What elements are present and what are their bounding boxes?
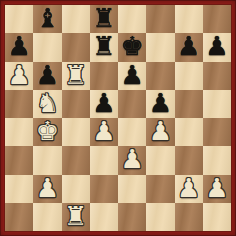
piece-white-pawn-f4[interactable]: ♟ [149,118,172,144]
square-e5[interactable] [118,90,146,118]
piece-black-pawn-a7[interactable]: ♟ [7,33,30,59]
square-c7[interactable] [62,33,90,61]
square-f3[interactable] [146,146,174,174]
square-c5[interactable] [62,90,90,118]
square-b4[interactable]: ♚ [33,118,61,146]
square-b7[interactable] [33,33,61,61]
square-g8[interactable] [175,5,203,33]
piece-white-pawn-e3[interactable]: ♟ [120,146,143,172]
square-e2[interactable] [118,175,146,203]
square-d6[interactable] [90,62,118,90]
square-g5[interactable] [175,90,203,118]
piece-white-pawn-a6[interactable]: ♟ [7,62,30,88]
square-b2[interactable]: ♟ [33,175,61,203]
square-c4[interactable] [62,118,90,146]
square-d2[interactable] [90,175,118,203]
piece-white-rook-c6[interactable]: ♜ [64,62,87,88]
square-f4[interactable]: ♟ [146,118,174,146]
square-f1[interactable] [146,203,174,231]
piece-white-pawn-h2[interactable]: ♟ [205,175,228,201]
square-e7[interactable]: ♚ [118,33,146,61]
square-a4[interactable] [5,118,33,146]
square-c2[interactable] [62,175,90,203]
piece-black-bishop-b8[interactable]: ♝ [36,5,59,31]
piece-black-rook-d8[interactable]: ♜ [92,5,115,31]
square-h4[interactable] [203,118,231,146]
piece-white-pawn-g2[interactable]: ♟ [177,175,200,201]
square-f5[interactable]: ♟ [146,90,174,118]
square-h7[interactable]: ♟ [203,33,231,61]
square-a2[interactable] [5,175,33,203]
piece-white-king-b4[interactable]: ♚ [36,118,59,144]
square-a5[interactable] [5,90,33,118]
square-h3[interactable] [203,146,231,174]
piece-black-pawn-d5[interactable]: ♟ [92,90,115,116]
square-b1[interactable] [33,203,61,231]
square-g3[interactable] [175,146,203,174]
square-d4[interactable]: ♟ [90,118,118,146]
square-g2[interactable]: ♟ [175,175,203,203]
square-g6[interactable] [175,62,203,90]
square-a8[interactable] [5,5,33,33]
square-g4[interactable] [175,118,203,146]
square-h6[interactable] [203,62,231,90]
square-a3[interactable] [5,146,33,174]
square-a1[interactable] [5,203,33,231]
square-c8[interactable] [62,5,90,33]
square-d1[interactable] [90,203,118,231]
square-b3[interactable] [33,146,61,174]
square-b6[interactable]: ♟ [33,62,61,90]
square-d7[interactable]: ♜ [90,33,118,61]
square-h2[interactable]: ♟ [203,175,231,203]
square-a7[interactable]: ♟ [5,33,33,61]
piece-black-pawn-b6[interactable]: ♟ [36,62,59,88]
piece-black-pawn-g7[interactable]: ♟ [177,33,200,59]
piece-black-pawn-f5[interactable]: ♟ [149,90,172,116]
square-b5[interactable]: ♞ [33,90,61,118]
square-h8[interactable] [203,5,231,33]
square-h1[interactable] [203,203,231,231]
piece-black-pawn-h7[interactable]: ♟ [205,33,228,59]
square-d8[interactable]: ♜ [90,5,118,33]
square-d5[interactable]: ♟ [90,90,118,118]
piece-black-pawn-e6[interactable]: ♟ [120,62,143,88]
square-a6[interactable]: ♟ [5,62,33,90]
square-f6[interactable] [146,62,174,90]
square-c1[interactable]: ♜ [62,203,90,231]
piece-white-knight-b5[interactable]: ♞ [36,90,59,116]
square-e6[interactable]: ♟ [118,62,146,90]
piece-white-pawn-b2[interactable]: ♟ [36,175,59,201]
square-b8[interactable]: ♝ [33,5,61,33]
chess-board-frame: ♝♜♟♜♚♟♟♟♟♜♟♞♟♟♚♟♟♟♟♟♟♜ [0,0,236,236]
square-c3[interactable] [62,146,90,174]
square-c6[interactable]: ♜ [62,62,90,90]
square-g1[interactable] [175,203,203,231]
square-h5[interactable] [203,90,231,118]
piece-white-pawn-d4[interactable]: ♟ [92,118,115,144]
square-g7[interactable]: ♟ [175,33,203,61]
piece-black-rook-d7[interactable]: ♜ [92,33,115,59]
square-e3[interactable]: ♟ [118,146,146,174]
piece-white-rook-c1[interactable]: ♜ [64,203,87,229]
square-f2[interactable] [146,175,174,203]
square-e8[interactable] [118,5,146,33]
piece-black-king-e7[interactable]: ♚ [120,33,143,59]
square-f7[interactable] [146,33,174,61]
square-e1[interactable] [118,203,146,231]
square-e4[interactable] [118,118,146,146]
square-d3[interactable] [90,146,118,174]
square-f8[interactable] [146,5,174,33]
chess-board: ♝♜♟♜♚♟♟♟♟♜♟♞♟♟♚♟♟♟♟♟♟♜ [5,5,231,231]
